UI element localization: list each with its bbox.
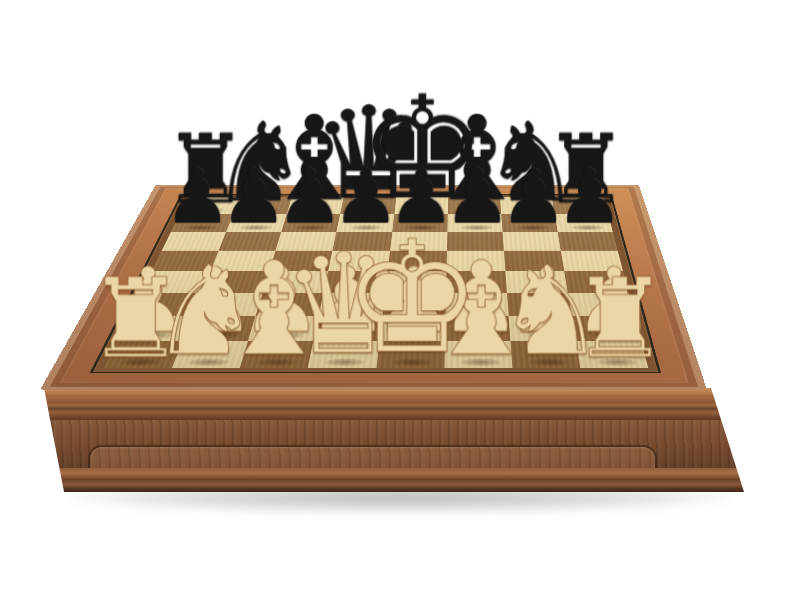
square-h3[interactable]: [568, 293, 635, 316]
square-b8[interactable]: [233, 197, 292, 214]
square-c3[interactable]: [256, 293, 324, 316]
square-f5[interactable]: [446, 251, 505, 271]
square-d4[interactable]: [324, 271, 387, 293]
square-f1[interactable]: [444, 341, 512, 368]
square-f3[interactable]: [445, 293, 508, 316]
square-b6[interactable]: [219, 232, 282, 251]
square-g5[interactable]: [504, 251, 564, 271]
square-h7[interactable]: [555, 214, 613, 232]
square-g8[interactable]: [500, 197, 555, 214]
square-d5[interactable]: [328, 251, 389, 271]
square-f7[interactable]: [447, 214, 502, 232]
square-g2[interactable]: [508, 316, 575, 341]
square-h1[interactable]: [576, 341, 649, 368]
square-e3[interactable]: [382, 293, 446, 316]
square-b3[interactable]: [193, 293, 263, 316]
square-d1[interactable]: [308, 341, 379, 368]
chess-set-photo: ♜♞♝♛♚♝♞♜♟♟♟♟♟♟♟♟♟♟♟♟♟♟♟♟♜♞♝♛♚♝♞♜: [0, 0, 800, 600]
square-b5[interactable]: [211, 251, 276, 271]
square-a5[interactable]: [152, 251, 219, 271]
square-h4[interactable]: [564, 271, 629, 293]
square-a4[interactable]: [141, 271, 211, 293]
chess-board: [104, 197, 649, 368]
square-d8[interactable]: [340, 197, 395, 214]
square-f6[interactable]: [447, 232, 504, 251]
square-g4[interactable]: [505, 271, 568, 293]
square-d3[interactable]: [319, 293, 385, 316]
square-c5[interactable]: [270, 251, 333, 271]
square-a7[interactable]: [171, 214, 233, 232]
square-c7[interactable]: [282, 214, 341, 232]
square-e4[interactable]: [385, 271, 446, 293]
square-e6[interactable]: [390, 232, 447, 251]
square-a3[interactable]: [129, 293, 201, 316]
square-b2[interactable]: [183, 316, 256, 341]
square-h6[interactable]: [558, 232, 618, 251]
square-b4[interactable]: [202, 271, 270, 293]
board-perspective-wrapper: ♜♞♝♛♚♝♞♜♟♟♟♟♟♟♟♟♟♟♟♟♟♟♟♟♜♞♝♛♚♝♞♜: [0, 0, 800, 600]
square-b1[interactable]: [172, 341, 248, 368]
square-d6[interactable]: [333, 232, 392, 251]
square-e5[interactable]: [387, 251, 446, 271]
square-a2[interactable]: [117, 316, 193, 341]
square-a6[interactable]: [162, 232, 227, 251]
square-e1[interactable]: [376, 341, 445, 368]
square-e8[interactable]: [394, 197, 448, 214]
square-d7[interactable]: [337, 214, 394, 232]
square-d2[interactable]: [314, 316, 382, 341]
square-c2[interactable]: [248, 316, 319, 341]
square-c4[interactable]: [263, 271, 329, 293]
square-c8[interactable]: [287, 197, 344, 214]
square-c6[interactable]: [276, 232, 337, 251]
square-g7[interactable]: [501, 214, 557, 232]
square-h5[interactable]: [561, 251, 623, 271]
square-a8[interactable]: [180, 197, 240, 214]
square-c1[interactable]: [240, 341, 314, 368]
square-f4[interactable]: [446, 271, 507, 293]
square-b7[interactable]: [226, 214, 287, 232]
square-e2[interactable]: [379, 316, 445, 341]
square-a1[interactable]: [104, 341, 183, 368]
square-f8[interactable]: [448, 197, 502, 214]
board-frame: ♜♞♝♛♚♝♞♜♟♟♟♟♟♟♟♟♟♟♟♟♟♟♟♟♜♞♝♛♚♝♞♜: [40, 185, 707, 390]
square-e7[interactable]: [392, 214, 448, 232]
square-h2[interactable]: [572, 316, 642, 341]
square-g6[interactable]: [502, 232, 560, 251]
square-h8[interactable]: [552, 197, 608, 214]
square-f2[interactable]: [445, 316, 511, 341]
square-g1[interactable]: [510, 341, 580, 368]
square-g3[interactable]: [507, 293, 572, 316]
